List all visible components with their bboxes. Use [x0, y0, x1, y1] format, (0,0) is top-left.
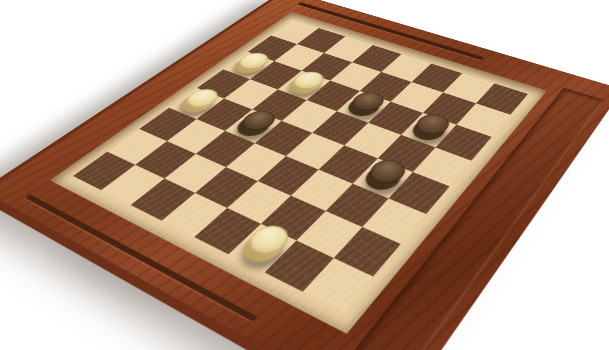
- checkers-board: [73, 20, 528, 312]
- photo-scene: [0, 0, 609, 350]
